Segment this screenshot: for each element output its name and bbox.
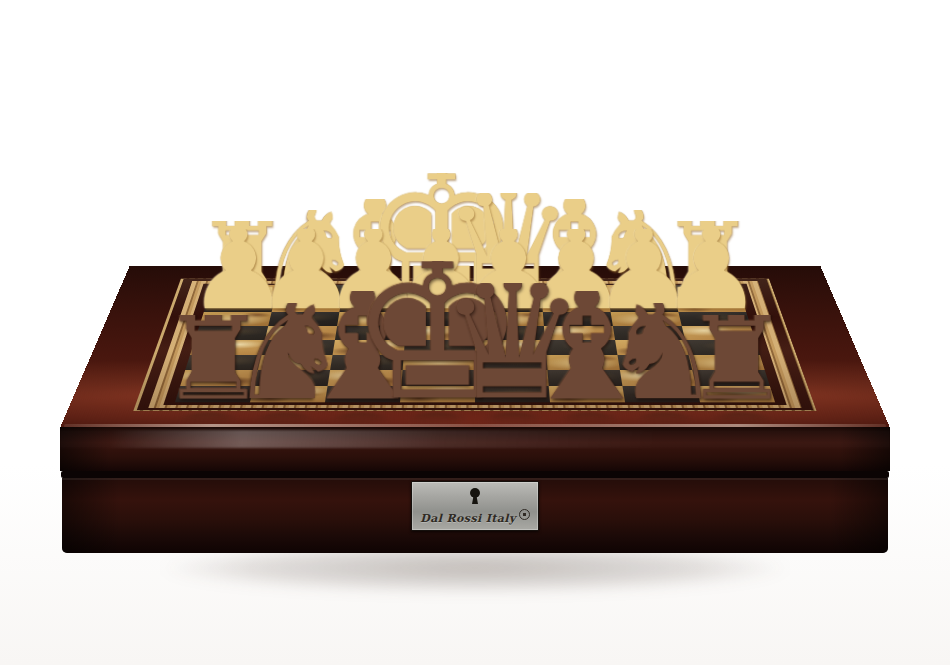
lid-reflection-streak [60,430,890,448]
product-photo: ♜♞♝♚♛♝♞♜♟♟♟♟♟♟♟♟♜♞♝♚♛♝♞♜ Dal Rossi Italy [0,0,950,665]
box-lid-front [60,427,890,471]
brand-plaque: Dal Rossi Italy [411,481,539,531]
plaque-logo-icon [519,509,530,520]
keyhole-icon [469,488,481,505]
plaque-brand-text: Dal Rossi Italy [412,509,538,525]
box-lid-top: ♜♞♝♚♛♝♞♜♟♟♟♟♟♟♟♟♜♞♝♚♛♝♞♜ [60,266,891,429]
brand-name: Dal Rossi Italy [420,512,515,525]
box-base-front: Dal Rossi Italy [62,478,888,553]
box-lid-seam [61,471,889,478]
pieces-layer: ♜♞♝♚♛♝♞♜♟♟♟♟♟♟♟♟♜♞♝♚♛♝♞♜ [60,266,891,429]
